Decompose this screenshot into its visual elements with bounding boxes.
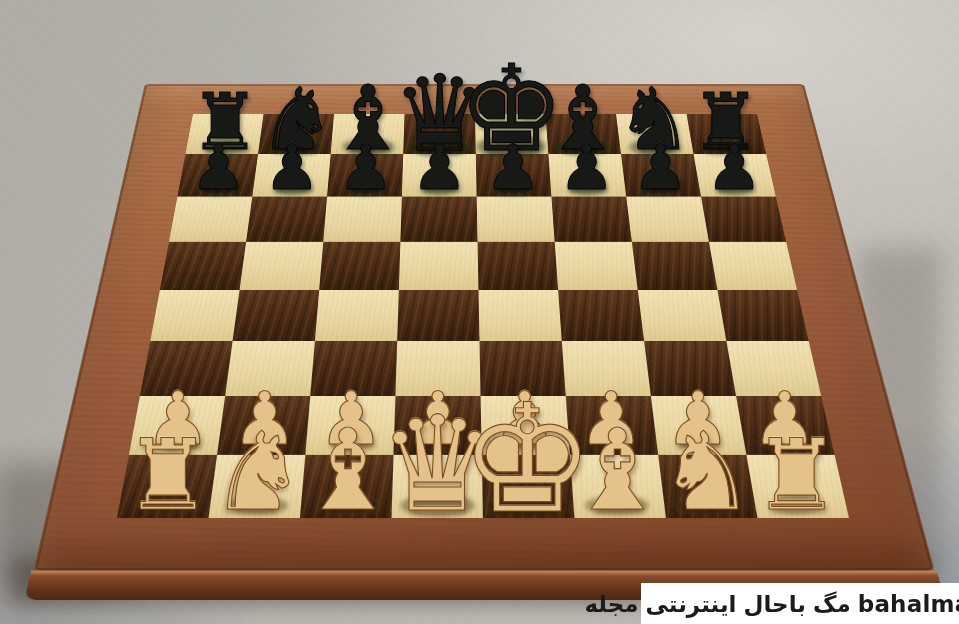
square-d5[interactable] [399, 242, 479, 290]
piece-white-rook-h1[interactable]: ♜ [753, 425, 841, 523]
piece-black-pawn-a7[interactable]: ♟ [190, 137, 246, 199]
piece-black-pawn-d7[interactable]: ♟ [411, 137, 467, 199]
watermark-strip: مجله اینترنتی باحال مگ bahalmag.ir [641, 583, 959, 624]
square-a4[interactable] [150, 290, 239, 341]
square-a5[interactable] [160, 242, 246, 290]
square-e5[interactable] [478, 242, 559, 290]
square-h4[interactable] [717, 290, 808, 341]
piece-white-knight-b1[interactable]: ♞ [209, 417, 306, 525]
square-f5[interactable] [555, 242, 638, 290]
square-f4[interactable] [558, 290, 644, 341]
piece-black-pawn-c7[interactable]: ♟ [338, 137, 394, 199]
square-c5[interactable] [319, 242, 400, 290]
watermark-word-4: مگ [813, 591, 851, 617]
watermark-word-2: اینترنتی [646, 591, 737, 617]
piece-black-pawn-g7[interactable]: ♟ [632, 137, 688, 199]
chess-photo-stage: ♜♞♝♛♚♝♞♜♟♟♟♟♟♟♟♟♟♟♟♟♟♟♟♟♜♞♝♛♚♝♞♜ مجله ای… [0, 0, 959, 624]
square-b4[interactable] [233, 290, 320, 341]
piece-white-bishop-f1[interactable]: ♝ [567, 414, 667, 526]
piece-black-pawn-b7[interactable]: ♟ [264, 137, 320, 199]
piece-black-pawn-e7[interactable]: ♟ [485, 137, 541, 199]
square-h5[interactable] [709, 242, 797, 290]
square-b5[interactable] [240, 242, 324, 290]
square-e4[interactable] [478, 290, 561, 341]
piece-black-pawn-f7[interactable]: ♟ [559, 137, 615, 199]
piece-white-rook-a1[interactable]: ♜ [124, 425, 212, 523]
piece-black-pawn-h7[interactable]: ♟ [706, 137, 762, 199]
square-g5[interactable] [632, 242, 718, 290]
watermark-word-3: باحال [743, 591, 805, 617]
watermark-site: bahalmag.ir [858, 591, 959, 617]
square-d4[interactable] [397, 290, 479, 341]
watermark-word-1: مجله [584, 591, 638, 617]
square-c4[interactable] [315, 290, 399, 341]
piece-white-knight-g1[interactable]: ♞ [658, 417, 755, 525]
square-g4[interactable] [638, 290, 727, 341]
